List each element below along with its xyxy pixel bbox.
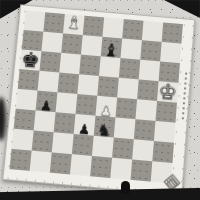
square-e3: ♞ bbox=[94, 116, 116, 138]
square-g1 bbox=[131, 159, 153, 181]
square-c7 bbox=[61, 33, 83, 54]
square-d6 bbox=[79, 55, 101, 76]
square-a4 bbox=[16, 89, 38, 111]
square-g2 bbox=[132, 139, 154, 161]
square-h5: ♚ bbox=[157, 81, 178, 103]
square-e7: ♝ bbox=[101, 37, 122, 58]
black-king: ♚ bbox=[20, 51, 41, 72]
square-d3: ♟ bbox=[74, 114, 96, 136]
square-f2 bbox=[112, 137, 134, 159]
photo-canvas: ♝♝♚♚♟♟♟♞ bbox=[0, 0, 200, 200]
square-c1 bbox=[50, 152, 72, 174]
square-d1 bbox=[70, 154, 92, 176]
square-a6: ♚ bbox=[20, 49, 42, 70]
square-d2 bbox=[72, 134, 94, 156]
square-d7 bbox=[81, 35, 103, 56]
square-c6 bbox=[59, 53, 81, 74]
square-d5 bbox=[77, 74, 99, 96]
square-h2 bbox=[152, 141, 174, 163]
white-king: ♚ bbox=[158, 82, 178, 103]
square-c8: ♝ bbox=[63, 14, 84, 35]
square-b1 bbox=[30, 151, 52, 173]
square-d4 bbox=[75, 94, 97, 116]
off-board-captured-piece bbox=[121, 181, 130, 194]
square-e1 bbox=[90, 156, 112, 178]
photo-dark-bottom-band bbox=[0, 188, 200, 200]
chess-board-sheet: ♝♝♚♚♟♟♟♞ bbox=[2, 4, 195, 195]
square-a3 bbox=[14, 109, 36, 131]
square-a2 bbox=[12, 129, 34, 151]
square-g6 bbox=[139, 60, 160, 81]
square-e8 bbox=[102, 17, 123, 38]
square-h3 bbox=[154, 121, 176, 143]
square-b5 bbox=[38, 71, 60, 92]
square-g5 bbox=[137, 79, 158, 101]
chess-board: ♝♝♚♚♟♟♟♞ bbox=[10, 11, 183, 184]
square-g8 bbox=[142, 21, 163, 42]
square-e5 bbox=[97, 76, 119, 98]
white-bishop: ♝ bbox=[65, 13, 82, 31]
square-f3 bbox=[114, 117, 136, 139]
square-b3 bbox=[34, 110, 56, 132]
square-f7 bbox=[121, 38, 142, 59]
square-d8 bbox=[83, 16, 104, 37]
square-f6 bbox=[119, 58, 140, 79]
black-knight: ♞ bbox=[96, 122, 112, 139]
square-b2 bbox=[32, 130, 54, 152]
square-c3 bbox=[54, 112, 76, 134]
square-b7 bbox=[41, 32, 63, 53]
square-f1 bbox=[110, 158, 132, 180]
black-pawn: ♟ bbox=[78, 122, 91, 136]
square-h8 bbox=[162, 22, 183, 43]
square-e4: ♟ bbox=[95, 96, 117, 118]
black-bishop: ♝ bbox=[103, 41, 120, 59]
square-g7 bbox=[140, 40, 161, 61]
square-c2 bbox=[52, 132, 74, 154]
square-a8 bbox=[24, 11, 46, 32]
square-h7 bbox=[160, 42, 181, 63]
square-f5 bbox=[117, 78, 139, 100]
black-pawn: ♟ bbox=[39, 99, 52, 113]
square-g3 bbox=[134, 119, 156, 141]
square-b6 bbox=[39, 51, 61, 72]
margin-print-squiggle bbox=[182, 73, 188, 123]
square-c4 bbox=[56, 92, 78, 114]
photo-dark-left-edge bbox=[0, 97, 6, 141]
square-f8 bbox=[122, 19, 143, 40]
square-b8 bbox=[43, 12, 65, 33]
square-f4 bbox=[115, 97, 137, 119]
white-pawn: ♟ bbox=[99, 104, 112, 118]
square-b4: ♟ bbox=[36, 91, 58, 113]
square-c5 bbox=[57, 73, 79, 95]
square-g4 bbox=[135, 99, 157, 121]
square-a1 bbox=[10, 149, 32, 171]
